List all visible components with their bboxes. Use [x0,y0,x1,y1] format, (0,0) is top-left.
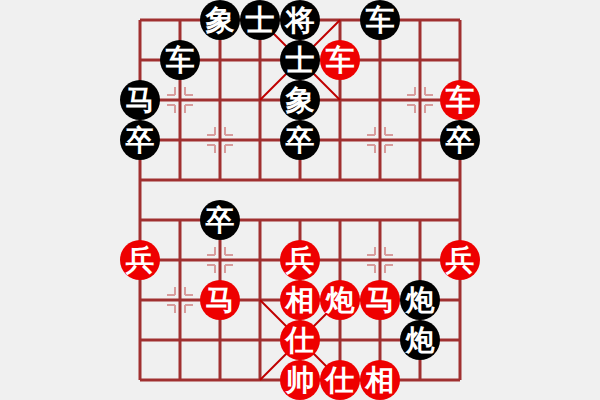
piece-black-advisor[interactable]: 士 [240,0,280,40]
piece-red-chariot[interactable]: 车 [320,40,360,80]
piece-black-soldier[interactable]: 卒 [280,120,320,160]
piece-black-soldier[interactable]: 卒 [200,200,240,240]
piece-black-advisor[interactable]: 士 [280,40,320,80]
piece-red-elephant[interactable]: 相 [360,360,400,400]
piece-black-chariot[interactable]: 车 [360,0,400,40]
piece-black-soldier[interactable]: 卒 [120,120,160,160]
piece-red-soldier[interactable]: 兵 [440,240,480,280]
piece-red-soldier[interactable]: 兵 [280,240,320,280]
piece-red-advisor[interactable]: 仕 [320,360,360,400]
piece-red-elephant[interactable]: 相 [280,280,320,320]
piece-black-chariot[interactable]: 车 [160,40,200,80]
piece-black-king[interactable]: 将 [280,0,320,40]
piece-black-soldier[interactable]: 卒 [440,120,480,160]
piece-red-horse[interactable]: 马 [360,280,400,320]
piece-red-horse[interactable]: 马 [200,280,240,320]
xiangqi-board[interactable]: 象士将车车士车马象车卒卒卒卒兵兵兵马相炮马炮炮仕帅仕相 [0,0,600,400]
board-grid: 象士将车车士车马象车卒卒卒卒兵兵兵马相炮马炮炮仕帅仕相 [120,0,480,400]
piece-red-advisor[interactable]: 仕 [280,320,320,360]
piece-black-elephant[interactable]: 象 [280,80,320,120]
piece-red-soldier[interactable]: 兵 [120,240,160,280]
piece-black-cannon[interactable]: 炮 [400,280,440,320]
piece-black-cannon[interactable]: 炮 [400,320,440,360]
piece-red-cannon[interactable]: 炮 [320,280,360,320]
piece-red-chariot[interactable]: 车 [440,80,480,120]
piece-red-king[interactable]: 帅 [280,360,320,400]
piece-black-horse[interactable]: 马 [120,80,160,120]
piece-black-elephant[interactable]: 象 [200,0,240,40]
